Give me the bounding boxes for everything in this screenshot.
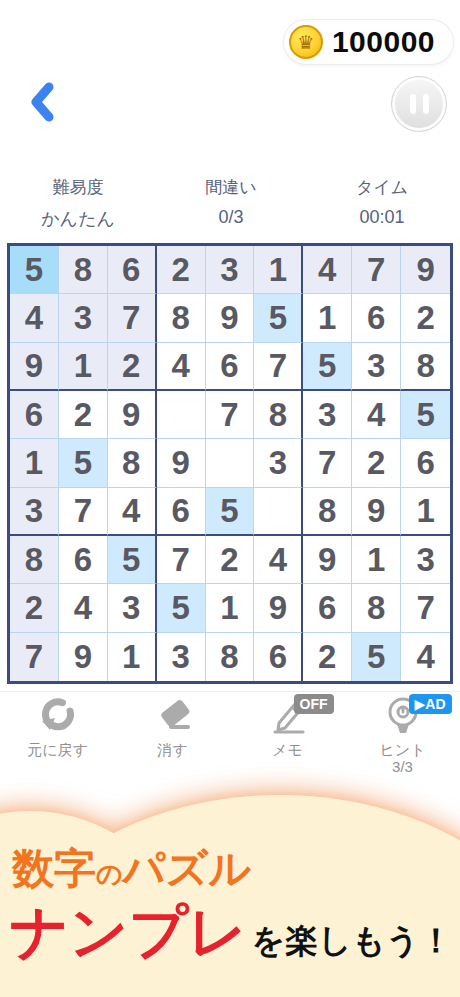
sudoku-cell[interactable]: 8: [401, 343, 450, 391]
stat-time-value: 00:01: [312, 207, 452, 228]
sudoku-cell[interactable]: 1: [108, 633, 157, 681]
erase-label: 消す: [157, 741, 187, 758]
stat-difficulty-label: 難易度: [8, 176, 148, 199]
banner-particle-no: の: [96, 859, 123, 889]
sudoku-cell[interactable]: 3: [352, 343, 401, 391]
sudoku-cell[interactable]: 7: [108, 294, 157, 342]
pause-icon: [423, 94, 429, 114]
sudoku-cell[interactable]: 3: [303, 391, 352, 439]
sudoku-cell[interactable]: 2: [108, 343, 157, 391]
stat-mistakes: 間違い 0/3: [161, 176, 301, 228]
hint-count: 3/3: [379, 758, 425, 775]
hint-ad-badge: ▶AD: [409, 694, 452, 714]
sudoku-cell[interactable]: 2: [157, 246, 206, 294]
sudoku-cell[interactable]: 6: [59, 536, 108, 584]
sudoku-cell[interactable]: 9: [10, 343, 59, 391]
undo-label: 元に戻す: [27, 741, 88, 758]
sudoku-cell[interactable]: 5: [303, 343, 352, 391]
sudoku-cell[interactable]: 1: [303, 294, 352, 342]
sudoku-cell[interactable]: 6: [401, 439, 450, 487]
sudoku-cell[interactable]: 7: [254, 343, 303, 391]
memo-off-badge: OFF: [294, 694, 334, 714]
sudoku-cell[interactable]: 7: [10, 633, 59, 681]
sudoku-cell[interactable]: 1: [10, 439, 59, 487]
hint-label-text: ヒント: [379, 741, 425, 758]
memo-button[interactable]: OFF メモ: [230, 694, 345, 776]
stat-difficulty-value: かんたん: [8, 207, 148, 231]
sudoku-cell[interactable]: 6: [352, 294, 401, 342]
stat-mistakes-value: 0/3: [161, 207, 301, 228]
sudoku-cell[interactable]: 4: [157, 343, 206, 391]
sudoku-cell[interactable]: 3: [59, 294, 108, 342]
promo-banner: [0, 795, 460, 997]
toolbar: 元に戻す 消す OFF メモ ▶AD: [0, 694, 460, 776]
sudoku-cell[interactable]: [206, 439, 255, 487]
sudoku-cell[interactable]: 6: [206, 343, 255, 391]
sudoku-cell[interactable]: 6: [157, 488, 206, 536]
sudoku-cell[interactable]: 5: [401, 391, 450, 439]
banner-word-puzzle: パズル: [123, 845, 252, 892]
sudoku-cell[interactable]: 2: [206, 536, 255, 584]
sudoku-board: 5862314794378951629124675386297834515893…: [7, 243, 453, 684]
sudoku-cell[interactable]: 6: [254, 633, 303, 681]
sudoku-cell[interactable]: 5: [59, 439, 108, 487]
sudoku-cell[interactable]: 9: [206, 294, 255, 342]
sudoku-cell[interactable]: 3: [254, 439, 303, 487]
banner-cloud-shape: [0, 795, 460, 997]
sudoku-cell[interactable]: 7: [303, 439, 352, 487]
sudoku-cell[interactable]: 4: [59, 584, 108, 632]
toolbar-divider: [0, 691, 460, 692]
eraser-icon: [150, 694, 196, 738]
sudoku-cell[interactable]: 8: [108, 439, 157, 487]
sudoku-cell[interactable]: 6: [10, 391, 59, 439]
sudoku-cell[interactable]: 2: [401, 294, 450, 342]
sudoku-cell[interactable]: 3: [206, 246, 255, 294]
banner-word-suuji: 数字: [12, 845, 96, 892]
coin-amount: 100000: [332, 25, 435, 59]
sudoku-cell[interactable]: 8: [206, 633, 255, 681]
sudoku-cell[interactable]: 5: [157, 584, 206, 632]
sudoku-cell[interactable]: 8: [254, 391, 303, 439]
sudoku-cell[interactable]: 8: [157, 294, 206, 342]
sudoku-cell[interactable]: 3: [10, 488, 59, 536]
sudoku-cell[interactable]: 9: [401, 246, 450, 294]
sudoku-cell[interactable]: 6: [108, 246, 157, 294]
sudoku-cell[interactable]: 2: [352, 439, 401, 487]
sudoku-cell[interactable]: 5: [254, 294, 303, 342]
sudoku-cell[interactable]: 9: [303, 536, 352, 584]
sudoku-cell[interactable]: 7: [157, 536, 206, 584]
sudoku-cell[interactable]: 4: [401, 633, 450, 681]
sudoku-cell[interactable]: 3: [401, 536, 450, 584]
sudoku-cell[interactable]: [254, 488, 303, 536]
sudoku-cell[interactable]: 1: [59, 343, 108, 391]
sudoku-cell[interactable]: 5: [108, 536, 157, 584]
stat-time-label: タイム: [312, 176, 452, 199]
sudoku-cell[interactable]: 1: [401, 488, 450, 536]
sudoku-cell[interactable]: 5: [10, 246, 59, 294]
sudoku-cell[interactable]: 5: [206, 488, 255, 536]
undo-icon: [35, 694, 81, 738]
sudoku-cell[interactable]: 4: [254, 536, 303, 584]
sudoku-cell[interactable]: 1: [254, 246, 303, 294]
memo-label: メモ: [272, 741, 303, 758]
sudoku-cell[interactable]: 2: [10, 584, 59, 632]
banner-word-nanpure: ナンプレ: [10, 899, 247, 964]
coin-icon: ♛: [289, 25, 323, 59]
sudoku-cell[interactable]: 8: [10, 536, 59, 584]
sudoku-cell[interactable]: 7: [401, 584, 450, 632]
sudoku-cell[interactable]: 3: [108, 584, 157, 632]
sudoku-cell[interactable]: 3: [157, 633, 206, 681]
coin-balance[interactable]: ♛ 100000: [284, 20, 453, 64]
sudoku-cell[interactable]: 8: [303, 488, 352, 536]
hint-button[interactable]: ▶AD ヒント 3/3: [345, 694, 460, 776]
sudoku-cell[interactable]: 4: [108, 488, 157, 536]
stat-time: タイム 00:01: [312, 176, 452, 228]
pause-icon: [410, 94, 416, 114]
sudoku-cell[interactable]: 8: [59, 246, 108, 294]
sudoku-cell[interactable]: 2: [59, 391, 108, 439]
erase-button[interactable]: 消す: [115, 694, 230, 776]
banner-line1: 数字のパズル: [12, 848, 252, 890]
sudoku-cell[interactable]: 9: [59, 633, 108, 681]
banner-tagline: を楽しもう！: [251, 922, 452, 959]
sudoku-cell[interactable]: 7: [59, 488, 108, 536]
sudoku-cell[interactable]: 5: [352, 633, 401, 681]
sudoku-cell[interactable]: 9: [254, 584, 303, 632]
stat-mistakes-label: 間違い: [161, 176, 301, 199]
sudoku-cell[interactable]: 2: [303, 633, 352, 681]
sudoku-cell[interactable]: 4: [10, 294, 59, 342]
hint-label: ヒント 3/3: [379, 741, 425, 776]
sudoku-cell[interactable]: 9: [108, 391, 157, 439]
back-chevron-icon: [28, 82, 56, 122]
undo-button[interactable]: 元に戻す: [0, 694, 115, 776]
pause-button[interactable]: [391, 76, 447, 132]
back-button[interactable]: [28, 82, 56, 122]
sudoku-cell[interactable]: 4: [303, 246, 352, 294]
sudoku-cell[interactable]: 1: [206, 584, 255, 632]
sudoku-cell[interactable]: 9: [157, 439, 206, 487]
banner-line2: ナンプレを楽しもう！: [10, 903, 453, 961]
sudoku-cell[interactable]: 7: [206, 391, 255, 439]
sudoku-cell[interactable]: 1: [352, 536, 401, 584]
sudoku-cell[interactable]: 9: [352, 488, 401, 536]
sudoku-cell[interactable]: 7: [352, 246, 401, 294]
sudoku-cell[interactable]: 8: [352, 584, 401, 632]
sudoku-cell[interactable]: [157, 391, 206, 439]
stat-difficulty: 難易度 かんたん: [8, 176, 148, 231]
sudoku-cell[interactable]: 6: [303, 584, 352, 632]
sudoku-cell[interactable]: 4: [352, 391, 401, 439]
